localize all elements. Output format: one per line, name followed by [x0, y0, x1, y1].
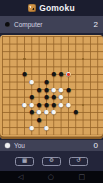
app-title: Gomoku: [39, 3, 75, 13]
new-game-button[interactable]: ▦: [15, 157, 34, 166]
black-stone: ●: [64, 86, 72, 94]
you-score: 0: [94, 141, 98, 150]
black-stone: ●: [72, 108, 80, 116]
nav-back-icon[interactable]: ◁: [18, 174, 23, 181]
computer-label: Computer: [14, 21, 90, 28]
computer-player-bar: Computer 2: [0, 16, 103, 33]
last-move-marker: [67, 73, 70, 76]
white-stone-icon: [5, 143, 10, 148]
white-stone: ●: [50, 108, 58, 116]
white-stone: ●: [28, 124, 36, 132]
you-player-bar: You 0: [0, 140, 103, 151]
computer-score: 2: [94, 20, 98, 29]
nav-recents-icon[interactable]: □: [78, 174, 85, 181]
board-backdrop: ●●●●●●●●●●●●●●●●●●●●●●●●●●●●●●: [0, 33, 103, 140]
app-logo-icon: [28, 4, 36, 12]
app-screen: Gomoku Computer 2 ●●●●●●●●●●●●●●●●●●●●●●…: [0, 0, 103, 183]
nav-home-icon[interactable]: ○: [48, 174, 54, 181]
white-stone: ●: [42, 124, 50, 132]
toolbar: ▦ ⚙ ↺: [0, 151, 103, 171]
black-stone-icon: [5, 22, 10, 27]
you-label: You: [14, 142, 90, 149]
settings-button[interactable]: ⚙: [42, 157, 61, 166]
android-nav-bar: ◁ ○ □: [0, 171, 103, 183]
gomoku-board[interactable]: ●●●●●●●●●●●●●●●●●●●●●●●●●●●●●●: [0, 35, 103, 139]
undo-button[interactable]: ↺: [69, 157, 88, 166]
title-bar: Gomoku: [0, 0, 103, 16]
star-point: [23, 58, 25, 60]
